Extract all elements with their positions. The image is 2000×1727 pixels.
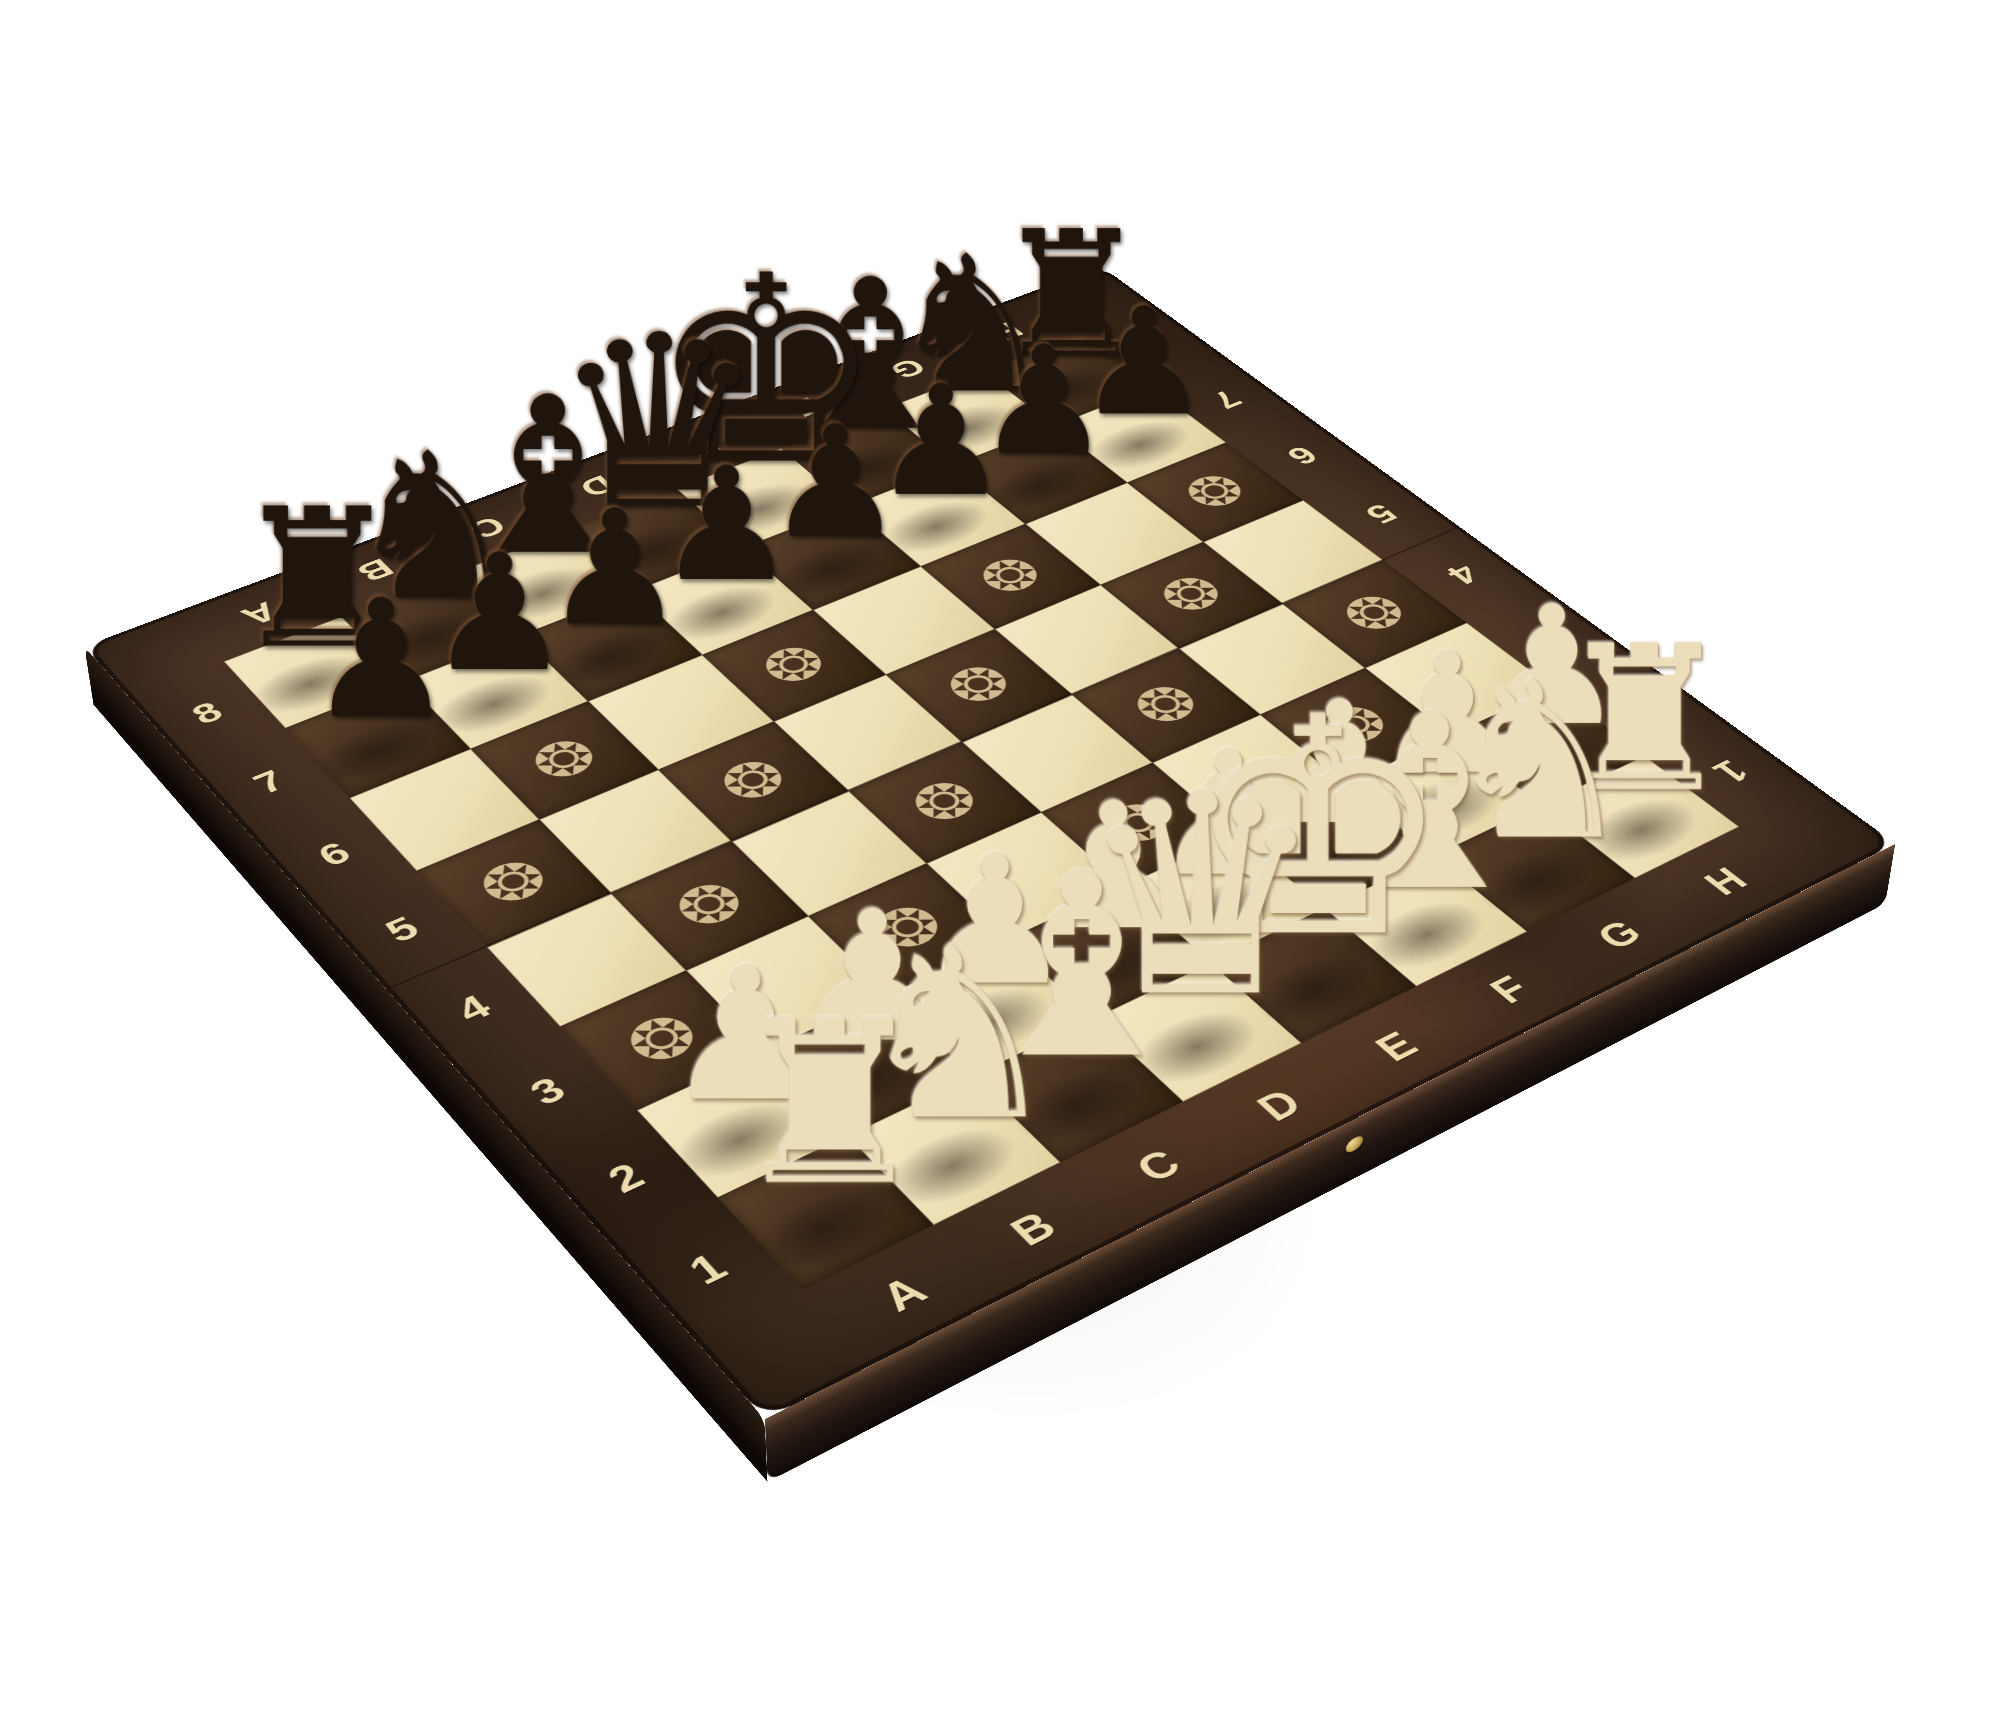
square-a5: ❂ <box>417 820 612 947</box>
piece-black-pawn-a7: ♟ <box>181 578 581 742</box>
brass-latch <box>1345 1134 1363 1156</box>
piece-white-rook-a1: ♜ <box>600 991 1059 1216</box>
photo-canvas: ♜♞♝♛♚♝♞♜♟♟♟♟♟♟♟♟❂❂❂❂❂❂❂❂❂❂❂❂❂❂❂❂♟♟♟♟♟♟♟♟… <box>0 0 2000 1727</box>
